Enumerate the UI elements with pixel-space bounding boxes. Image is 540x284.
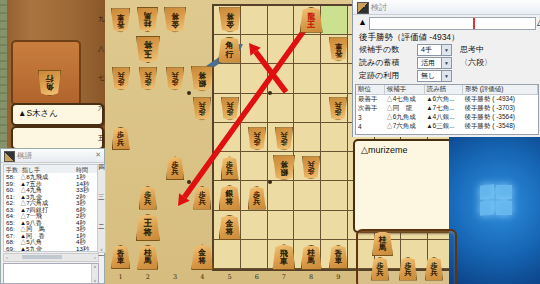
setting-label: 定跡の利用 — [359, 70, 417, 81]
square-1一[interactable] — [214, 240, 241, 269]
square-1七[interactable] — [214, 64, 241, 93]
piece-sente-6五[interactable]: 歩兵 — [248, 127, 266, 151]
square-4六[interactable] — [294, 94, 321, 123]
square-4三[interactable] — [294, 181, 321, 210]
piece-sente-4六[interactable]: 歩兵 — [193, 97, 211, 121]
windows-logo-pane — [480, 200, 494, 215]
memo-text: △murizeme — [361, 145, 451, 155]
piece-sente-9八[interactable]: 香車 — [329, 37, 348, 62]
piece-gote-5八[interactable]: 角行 — [218, 37, 241, 63]
kifu-comment-box[interactable]: ∧∨ — [3, 263, 99, 284]
eval-bar-marker — [473, 18, 475, 29]
square-3二[interactable] — [268, 211, 295, 240]
candidate-row[interactable]: 4△7六角成▲6三銀...後手勝勢 ( -3548) — [356, 122, 538, 131]
chevron-down-icon: ▼ — [441, 58, 451, 68]
cand-col-1: 候補手 — [384, 85, 424, 95]
file-label-7: 7 — [279, 273, 289, 281]
file-label-9: 9 — [333, 273, 343, 281]
scroll-right-icon[interactable]: ＞ — [93, 255, 97, 260]
kifu-horizontal-scrollbar[interactable]: ＜＞ — [3, 253, 99, 262]
square-2八[interactable] — [241, 35, 268, 64]
windows-logo-pane — [480, 184, 494, 199]
setting-label: 候補手の数 — [359, 44, 417, 55]
square-2九[interactable] — [241, 6, 268, 35]
piece-gote-2二[interactable]: 王将 — [136, 214, 160, 241]
piece-sente-5九[interactable]: 金将 — [219, 7, 241, 33]
analysis-titlebar[interactable]: 検討 — [353, 0, 540, 15]
square-2二[interactable] — [241, 211, 268, 240]
windows-logo-pane — [496, 185, 512, 199]
piece-gote-4三[interactable]: 歩兵 — [193, 186, 211, 210]
square-2七[interactable] — [241, 64, 268, 93]
kifu-titlebar[interactable]: 棋譜 ✕ — [1, 149, 104, 163]
piece-sente-7五[interactable]: 歩兵 — [275, 127, 293, 151]
hoshi-dot — [187, 180, 191, 184]
square-3七[interactable] — [268, 64, 295, 93]
piece-gote-6三[interactable]: 歩兵 — [248, 186, 266, 210]
piece-sente-7四[interactable]: 銀将 — [273, 155, 295, 181]
eval-bar — [369, 17, 536, 30]
close-icon[interactable]: ✕ — [95, 151, 101, 159]
file-label-2: 2 — [143, 273, 153, 281]
piece-gote-3四[interactable]: 歩兵 — [166, 156, 184, 180]
setting-0: 候補手の数4手▼思考中 — [359, 44, 484, 56]
piece-sente-1七[interactable]: 歩兵 — [112, 67, 130, 91]
setting-note: 〈六段〉 — [460, 58, 492, 67]
windows-logo-pane — [496, 201, 512, 215]
piece-sente-4七[interactable]: 銀将 — [191, 66, 213, 92]
square-3八[interactable] — [268, 35, 295, 64]
square-5二[interactable] — [321, 211, 348, 240]
piece-gote-8九[interactable]: 龍王 — [300, 7, 323, 33]
piece-sente-2七[interactable]: 歩兵 — [139, 67, 157, 91]
rank-label-八: 八 — [98, 45, 105, 54]
comment-scrollbar[interactable]: ∧∨ — [91, 264, 98, 283]
eval-text: 後手勝勢（評価値 -4934） — [359, 32, 460, 44]
analysis-window-icon — [357, 2, 369, 14]
file-label-5: 5 — [225, 273, 235, 281]
rank-label-六: 六 — [98, 104, 105, 113]
piece-gote-5二[interactable]: 金将 — [219, 215, 241, 241]
piece-gote-7一[interactable]: 飛車 — [272, 244, 295, 270]
hand-piece-sente-bishop[interactable]: 角行 — [38, 70, 61, 96]
setting-1: 読みの蓄積活用▼〈六段〉 — [359, 57, 492, 69]
rank-label-一: 一 — [98, 252, 105, 261]
kifu-move-list[interactable]: 58:△8九飛成1秒59:▲7五歩14秒60:△4九角33秒61:▲3九金2秒6… — [3, 173, 99, 252]
piece-gote-5四[interactable]: 歩兵 — [221, 156, 239, 180]
candidate-row[interactable]: 次善手△同 龍▲7七角...後手勝勢 ( -3703) — [356, 104, 538, 113]
cand-col-2: 読み筋 — [424, 85, 462, 95]
kifu-vertical-scrollbar[interactable]: ∧∨ — [97, 164, 106, 253]
setting-label: 読みの蓄積 — [359, 57, 417, 68]
setting-note: 思考中 — [460, 45, 484, 54]
candidate-row[interactable]: 3△6九角成▲4八銀...後手勝勢 ( -3564) — [356, 113, 538, 122]
rank-label-七: 七 — [98, 74, 105, 83]
piece-gote-1五[interactable]: 歩兵 — [112, 127, 130, 151]
analysis-window: 検討 ▲ △ 後手勝勢（評価値 -4934） 順位候補手読み筋形勢 (評価値)最… — [352, 0, 540, 137]
kifu-window-icon — [4, 151, 15, 162]
file-label-8: 8 — [306, 273, 316, 281]
square-2四[interactable] — [241, 152, 268, 181]
square-4八[interactable] — [294, 35, 321, 64]
square-5三[interactable] — [321, 181, 348, 210]
kifu-window: 棋譜 ✕ 手数指し手時間 58:△8九飛成1秒59:▲7五歩14秒60:△4九角… — [0, 148, 105, 284]
setting-dropdown[interactable]: 4手▼ — [417, 44, 452, 56]
piece-sente-3七[interactable]: 歩兵 — [166, 67, 184, 91]
hand-piece-gote-pawn[interactable]: 歩兵 — [425, 257, 443, 281]
piece-gote-8一[interactable]: 桂馬 — [301, 245, 322, 270]
piece-gote-9一[interactable]: 香車 — [329, 245, 348, 270]
windows-desktop[interactable] — [449, 137, 540, 284]
piece-sente-2八[interactable]: 玉将 — [136, 36, 160, 63]
chevron-down-icon: ▼ — [441, 71, 451, 81]
square-4五[interactable] — [294, 123, 321, 152]
kifu-row[interactable]: 69:▲5九金13秒 — [4, 245, 98, 252]
square-2一[interactable] — [241, 240, 268, 269]
setting-dropdown[interactable]: 活用▼ — [417, 57, 452, 69]
memo-box[interactable]: △murizeme — [353, 139, 453, 233]
hoshi-dot — [187, 91, 191, 95]
piece-sente-1九[interactable]: 香車 — [111, 8, 130, 33]
square-4二[interactable] — [294, 211, 321, 240]
rank-label-九: 九 — [98, 15, 105, 24]
file-label-4: 4 — [197, 273, 207, 281]
file-label-1: 1 — [116, 273, 126, 281]
piece-gote-5三[interactable]: 銀将 — [219, 185, 241, 211]
piece-sente-8四[interactable]: 歩兵 — [302, 156, 320, 180]
piece-gote-2一[interactable]: 桂馬 — [137, 245, 158, 270]
piece-gote-4一[interactable]: 金将 — [191, 244, 213, 270]
square-1五[interactable] — [214, 123, 241, 152]
sente-name-label: ▲S木さん — [18, 108, 102, 120]
sente-name-plate: ▲S木さん — [11, 103, 104, 126]
piece-sente-2九[interactable]: 桂馬 — [137, 7, 158, 32]
rank-label-三: 三 — [98, 193, 105, 202]
empty-plate — [11, 126, 104, 150]
file-label-6: 6 — [252, 273, 262, 281]
candidate-move-list[interactable]: 順位候補手読み筋形勢 (評価値)最善手△4七角成▲6六角...後手勝勢 ( -4… — [355, 84, 539, 135]
analysis-title: 検討 — [371, 2, 387, 13]
rank-label-二: 二 — [98, 223, 105, 232]
setting-2: 定跡の利用無し▼ — [359, 70, 460, 82]
piece-sente-9六[interactable]: 歩兵 — [329, 97, 347, 121]
scroll-left-icon[interactable]: ＜ — [5, 255, 9, 260]
sente-mark: ▲ — [358, 17, 367, 27]
rank-label-五: 五 — [98, 134, 105, 143]
kifu-title: 棋譜 — [17, 151, 32, 161]
square-2六[interactable] — [241, 94, 268, 123]
square-5四[interactable] — [321, 152, 348, 181]
chevron-down-icon: ▼ — [441, 45, 451, 55]
square-5七[interactable] — [321, 64, 348, 93]
candidate-row[interactable]: 最善手△4七角成▲6六角...後手勝勢 ( -4934) — [356, 95, 538, 105]
rank-label-四: 四 — [98, 163, 105, 172]
hand-piece-gote-pawn[interactable]: 歩兵 — [371, 257, 389, 281]
square-3六[interactable] — [268, 94, 295, 123]
square-3九[interactable] — [268, 6, 295, 35]
piece-gote-2三[interactable]: 歩兵 — [139, 186, 157, 210]
cand-col-3: 形勢 (評価値) — [462, 85, 537, 95]
file-label-3: 3 — [170, 273, 180, 281]
piece-sente-3九[interactable]: 金将 — [164, 7, 186, 33]
square-4七[interactable] — [294, 64, 321, 93]
square-5九[interactable] — [321, 6, 348, 35]
hand-piece-gote-pawn[interactable]: 歩兵 — [399, 257, 417, 281]
setting-dropdown[interactable]: 無し▼ — [417, 70, 452, 82]
piece-gote-1一[interactable]: 香車 — [111, 245, 130, 270]
square-3三[interactable] — [268, 181, 295, 210]
cand-col-0: 順位 — [356, 85, 384, 95]
hand-piece-gote-knight[interactable]: 桂馬 — [372, 231, 393, 256]
square-5五[interactable] — [321, 123, 348, 152]
